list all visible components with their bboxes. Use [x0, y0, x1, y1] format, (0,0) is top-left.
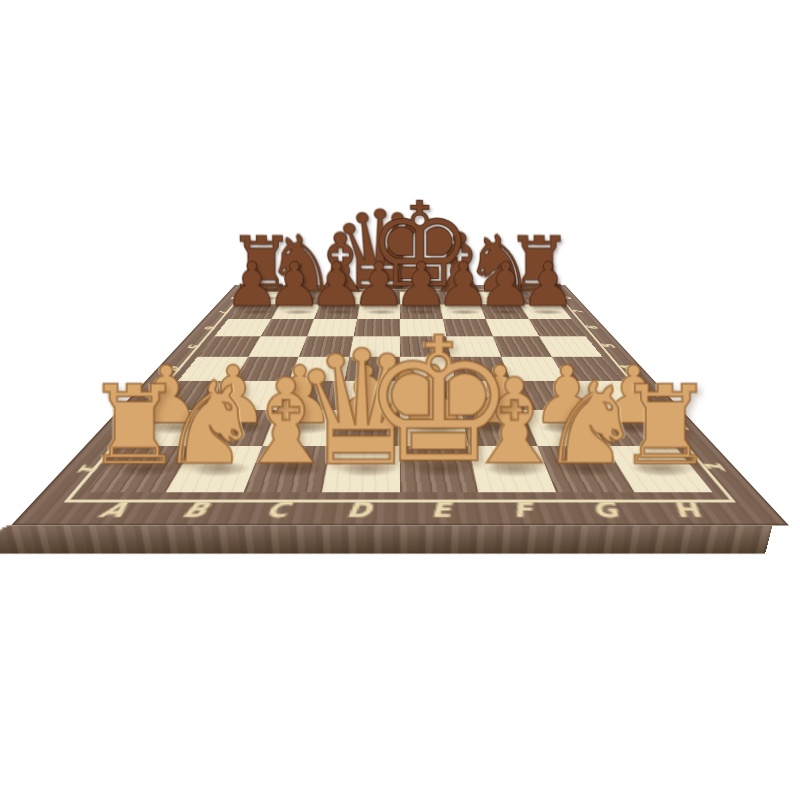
file-label-near-h: H — [665, 497, 706, 521]
file-label-near-b: B — [179, 497, 213, 521]
piece-white-king-e1[interactable]: ♚ — [202, 316, 676, 488]
file-label-near-g: G — [586, 497, 622, 521]
file-label-near-c: C — [263, 497, 292, 521]
file-label-near-e: E — [430, 497, 453, 521]
file-label-near-f: F — [509, 497, 536, 521]
square-e1[interactable]: ♚ — [400, 446, 478, 492]
file-label-near-d: D — [346, 497, 373, 521]
board-front-edge — [0, 525, 800, 553]
chessboard: ♜♞♝♛♚♝♞♜♟♟♟♟♟♟♟♟♟♟♟♟♟♟♟♟♜♞♝♛♚♝♞♜ AABBCCD… — [11, 285, 789, 525]
photo-scene: ♜♞♝♛♚♝♞♜♟♟♟♟♟♟♟♟♟♟♟♟♟♟♟♟♜♞♝♛♚♝♞♜ AABBCCD… — [0, 0, 800, 800]
board-squares: ♜♞♝♛♚♝♞♜♟♟♟♟♟♟♟♟♟♟♟♟♟♟♟♟♜♞♝♛♚♝♞♜ — [87, 292, 712, 492]
file-label-near-a: A — [95, 497, 135, 521]
